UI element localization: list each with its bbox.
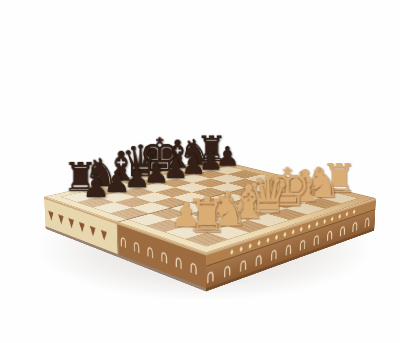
piece-black-rook-a8: ♜ [57, 145, 105, 197]
piece-white-pawn-h2: ♟ [295, 142, 342, 193]
piece-black-rook-h8: ♜ [190, 120, 232, 166]
chess-board-3d: ♜♞♝♛♚♝♞♜♟♟♟♟♟♟♟♟♟♟♟♟♟♟♟♟♜♞♝♛♚♝♞♜ ▼▼▼▼▼▼ … [44, 159, 376, 254]
chess-set-photo-scene: ♜♞♝♛♚♝♞♜♟♟♟♟♟♟♟♟♟♟♟♟♟♟♟♟♜♞♝♛♚♝♞♜ ▼▼▼▼▼▼ … [0, 0, 400, 343]
